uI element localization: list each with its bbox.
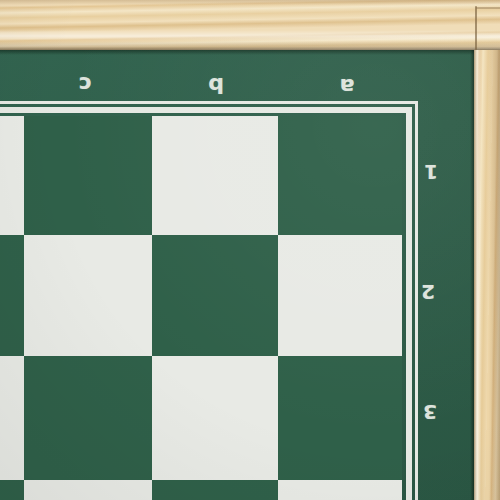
rank-label-2: 2 [421, 282, 435, 302]
rank-label-1: 1 [424, 162, 438, 182]
chessboard-photo: c b a 1 2 3 [0, 0, 500, 500]
square-d3 [0, 356, 24, 480]
square-a2 [278, 235, 402, 356]
square-a4 [278, 480, 402, 500]
square-c4 [24, 480, 152, 500]
board-border-inner-line-top [0, 107, 412, 113]
square-c1 [24, 116, 152, 235]
file-label-b: b [208, 74, 224, 96]
square-d2 [0, 235, 24, 356]
rank-label-3: 3 [423, 402, 437, 422]
square-d1 [0, 116, 24, 235]
file-label-c: c [78, 73, 91, 95]
wood-frame-top [0, 0, 500, 50]
file-label-a: a [340, 75, 355, 97]
square-a3 [278, 356, 402, 480]
board-border-outer-line-right [415, 101, 418, 500]
square-c3 [24, 356, 152, 480]
frame-miter-seam-vertical [475, 6, 477, 50]
frame-miter-seam-horizontal [476, 7, 500, 9]
square-b3 [152, 356, 278, 480]
square-b2 [152, 235, 278, 356]
square-b1 [152, 116, 278, 235]
square-d4 [0, 480, 24, 500]
square-c2 [24, 235, 152, 356]
frame-shadow-top [0, 50, 474, 55]
square-a1 [278, 116, 402, 235]
board-border-inner-line-right [406, 107, 412, 500]
board-border-outer-line-top [0, 101, 418, 104]
square-b4 [152, 480, 278, 500]
chessboard-squares [0, 116, 402, 500]
wood-frame-right [474, 0, 500, 500]
